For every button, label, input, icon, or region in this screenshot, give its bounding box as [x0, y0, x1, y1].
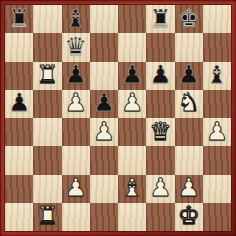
- square-h2[interactable]: [203, 175, 231, 203]
- square-h4[interactable]: ♟: [203, 118, 231, 146]
- square-f3[interactable]: [146, 146, 174, 174]
- square-b7[interactable]: [33, 33, 61, 61]
- square-c8[interactable]: ♝: [62, 5, 90, 33]
- square-e6[interactable]: ♟: [118, 62, 146, 90]
- piece-white-rook[interactable]: ♜: [36, 62, 58, 87]
- square-h3[interactable]: [203, 146, 231, 174]
- square-d3[interactable]: [90, 146, 118, 174]
- square-g8[interactable]: ♚: [175, 5, 203, 33]
- square-g5[interactable]: ♞: [175, 90, 203, 118]
- square-f2[interactable]: ♟: [146, 175, 174, 203]
- square-g4[interactable]: [175, 118, 203, 146]
- square-e3[interactable]: [118, 146, 146, 174]
- chess-board: ♜♝♜♚♛♜♟♟♟♟♝♟♟♟♟♞♟♛♟♟♝♟♟♜♚: [5, 5, 231, 231]
- square-h7[interactable]: [203, 33, 231, 61]
- square-d5[interactable]: ♟: [90, 90, 118, 118]
- piece-white-pawn[interactable]: ♟: [177, 175, 199, 200]
- square-b4[interactable]: [33, 118, 61, 146]
- piece-white-pawn[interactable]: ♟: [64, 90, 86, 115]
- board-frame: ♜♝♜♚♛♜♟♟♟♟♝♟♟♟♟♞♟♛♟♟♝♟♟♜♚: [0, 0, 236, 236]
- square-e2[interactable]: ♝: [118, 175, 146, 203]
- square-a2[interactable]: [5, 175, 33, 203]
- square-a1[interactable]: [5, 203, 33, 231]
- square-c5[interactable]: ♟: [62, 90, 90, 118]
- square-b2[interactable]: [33, 175, 61, 203]
- square-c2[interactable]: ♟: [62, 175, 90, 203]
- piece-black-pawn[interactable]: ♟: [177, 62, 199, 87]
- piece-white-pawn[interactable]: ♟: [93, 119, 115, 144]
- square-c7[interactable]: ♛: [62, 33, 90, 61]
- square-g1[interactable]: ♚: [175, 203, 203, 231]
- piece-white-king[interactable]: ♚: [177, 203, 199, 228]
- piece-white-pawn[interactable]: ♟: [64, 175, 86, 200]
- piece-white-knight[interactable]: ♞: [177, 90, 199, 115]
- piece-black-pawn[interactable]: ♟: [93, 90, 115, 115]
- square-e7[interactable]: [118, 33, 146, 61]
- square-h5[interactable]: [203, 90, 231, 118]
- square-f1[interactable]: [146, 203, 174, 231]
- piece-black-bishop[interactable]: ♝: [64, 6, 86, 31]
- piece-black-pawn[interactable]: ♟: [8, 90, 30, 115]
- piece-black-pawn[interactable]: ♟: [149, 62, 171, 87]
- square-h1[interactable]: [203, 203, 231, 231]
- square-g6[interactable]: ♟: [175, 62, 203, 90]
- piece-white-pawn[interactable]: ♟: [149, 175, 171, 200]
- piece-black-rook[interactable]: ♜: [8, 6, 30, 31]
- square-g7[interactable]: [175, 33, 203, 61]
- square-f8[interactable]: ♜: [146, 5, 174, 33]
- square-e1[interactable]: [118, 203, 146, 231]
- square-a8[interactable]: ♜: [5, 5, 33, 33]
- square-b8[interactable]: [33, 5, 61, 33]
- square-d1[interactable]: [90, 203, 118, 231]
- square-e5[interactable]: ♟: [118, 90, 146, 118]
- square-c6[interactable]: ♟: [62, 62, 90, 90]
- piece-white-bishop[interactable]: ♝: [121, 175, 143, 200]
- piece-black-bishop[interactable]: ♝: [206, 62, 228, 87]
- piece-black-rook[interactable]: ♜: [149, 6, 171, 31]
- piece-black-queen[interactable]: ♛: [64, 34, 86, 59]
- piece-white-pawn[interactable]: ♟: [121, 90, 143, 115]
- square-a7[interactable]: [5, 33, 33, 61]
- square-a5[interactable]: ♟: [5, 90, 33, 118]
- piece-white-queen[interactable]: ♛: [149, 119, 171, 144]
- square-d8[interactable]: [90, 5, 118, 33]
- square-g3[interactable]: [175, 146, 203, 174]
- square-c4[interactable]: [62, 118, 90, 146]
- piece-white-rook[interactable]: ♜: [36, 203, 58, 228]
- square-h8[interactable]: [203, 5, 231, 33]
- square-c3[interactable]: [62, 146, 90, 174]
- square-e8[interactable]: [118, 5, 146, 33]
- square-f7[interactable]: [146, 33, 174, 61]
- square-d7[interactable]: [90, 33, 118, 61]
- square-b3[interactable]: [33, 146, 61, 174]
- piece-black-king[interactable]: ♚: [177, 6, 199, 31]
- square-f6[interactable]: ♟: [146, 62, 174, 90]
- square-d6[interactable]: [90, 62, 118, 90]
- square-b5[interactable]: [33, 90, 61, 118]
- square-b1[interactable]: ♜: [33, 203, 61, 231]
- piece-white-pawn[interactable]: ♟: [206, 119, 228, 144]
- square-b6[interactable]: ♜: [33, 62, 61, 90]
- square-f5[interactable]: [146, 90, 174, 118]
- piece-black-pawn[interactable]: ♟: [121, 62, 143, 87]
- square-d4[interactable]: ♟: [90, 118, 118, 146]
- square-c1[interactable]: [62, 203, 90, 231]
- square-d2[interactable]: [90, 175, 118, 203]
- square-f4[interactable]: ♛: [146, 118, 174, 146]
- square-a6[interactable]: [5, 62, 33, 90]
- square-h6[interactable]: ♝: [203, 62, 231, 90]
- square-a4[interactable]: [5, 118, 33, 146]
- square-e4[interactable]: [118, 118, 146, 146]
- square-a3[interactable]: [5, 146, 33, 174]
- piece-black-pawn[interactable]: ♟: [64, 62, 86, 87]
- square-g2[interactable]: ♟: [175, 175, 203, 203]
